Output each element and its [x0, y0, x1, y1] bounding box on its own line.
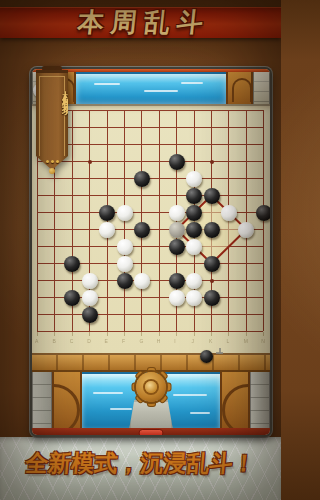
wood-arch-right [226, 72, 253, 104]
shelf-etching [219, 348, 221, 354]
white-stone [238, 222, 254, 238]
water-sparkle [93, 392, 123, 394]
black-stone [82, 307, 98, 323]
promo-slogan: 全新模式，沉浸乱斗！ [0, 448, 281, 479]
gear-hub [145, 381, 157, 393]
white-stone [99, 222, 115, 238]
stone-pillar-right [253, 72, 270, 104]
black-stone [186, 205, 202, 221]
wood-arch-bottom-left [52, 372, 82, 428]
white-stone [186, 239, 202, 255]
black-stone [99, 205, 115, 221]
mechanism-gear-icon [131, 367, 171, 407]
white-stone [186, 273, 202, 289]
white-stone [82, 273, 98, 289]
board-footer-machinery [32, 372, 270, 428]
black-stone [204, 256, 220, 272]
white-stone [221, 205, 237, 221]
water-pool-bottom [82, 372, 220, 428]
black-stone [117, 273, 133, 289]
white-stone [169, 205, 185, 221]
promo-strip: 全新模式，沉浸乱斗！ [0, 437, 281, 500]
black-stone [64, 256, 80, 272]
captured-stone-decoration [200, 350, 213, 363]
stone-pillar-bottom-left [32, 372, 52, 428]
black-stone [134, 171, 150, 187]
water-trough-top [76, 72, 226, 104]
weekly-brawl-title-banner: 本周乱斗 [0, 7, 281, 38]
black-stone [204, 188, 220, 204]
stone-pillar-bottom-right [250, 372, 270, 428]
black-stone [186, 188, 202, 204]
black-stone [64, 290, 80, 306]
black-stone [169, 154, 185, 170]
water-sparkle [173, 394, 207, 396]
white-stone [169, 290, 185, 306]
wood-arch-bottom-right [220, 372, 250, 428]
water-sparkle [181, 82, 203, 84]
water-sparkle [94, 83, 120, 85]
black-stone [204, 222, 220, 238]
white-stone [82, 290, 98, 306]
black-stone [256, 205, 272, 221]
water-sparkle [110, 408, 132, 410]
frame-bottom-stripe [32, 428, 270, 435]
event-plaque: 机械迷城 [36, 66, 68, 178]
gray-ghost-stone [169, 222, 185, 238]
black-stone [169, 239, 185, 255]
white-stone [117, 256, 133, 272]
plaque-ornament-dots [36, 149, 68, 167]
event-badge-button[interactable] [139, 429, 164, 437]
white-stone [186, 171, 202, 187]
plaque-board: 机械迷城 [36, 70, 68, 170]
black-stone [204, 290, 220, 306]
white-stone [186, 290, 202, 306]
black-stone [169, 273, 185, 289]
white-stone [117, 205, 133, 221]
water-sparkle [144, 90, 178, 92]
gomoku-brawl-promo-screen: { "game": "gomoku", "theme": "wooden mac… [0, 0, 281, 500]
water-sparkle [190, 412, 210, 414]
title-text: 本周乱斗 [69, 5, 212, 40]
white-stone [117, 239, 133, 255]
white-stone [134, 273, 150, 289]
black-stone [134, 222, 150, 238]
black-stone [186, 222, 202, 238]
plaque-tassel [49, 168, 55, 174]
